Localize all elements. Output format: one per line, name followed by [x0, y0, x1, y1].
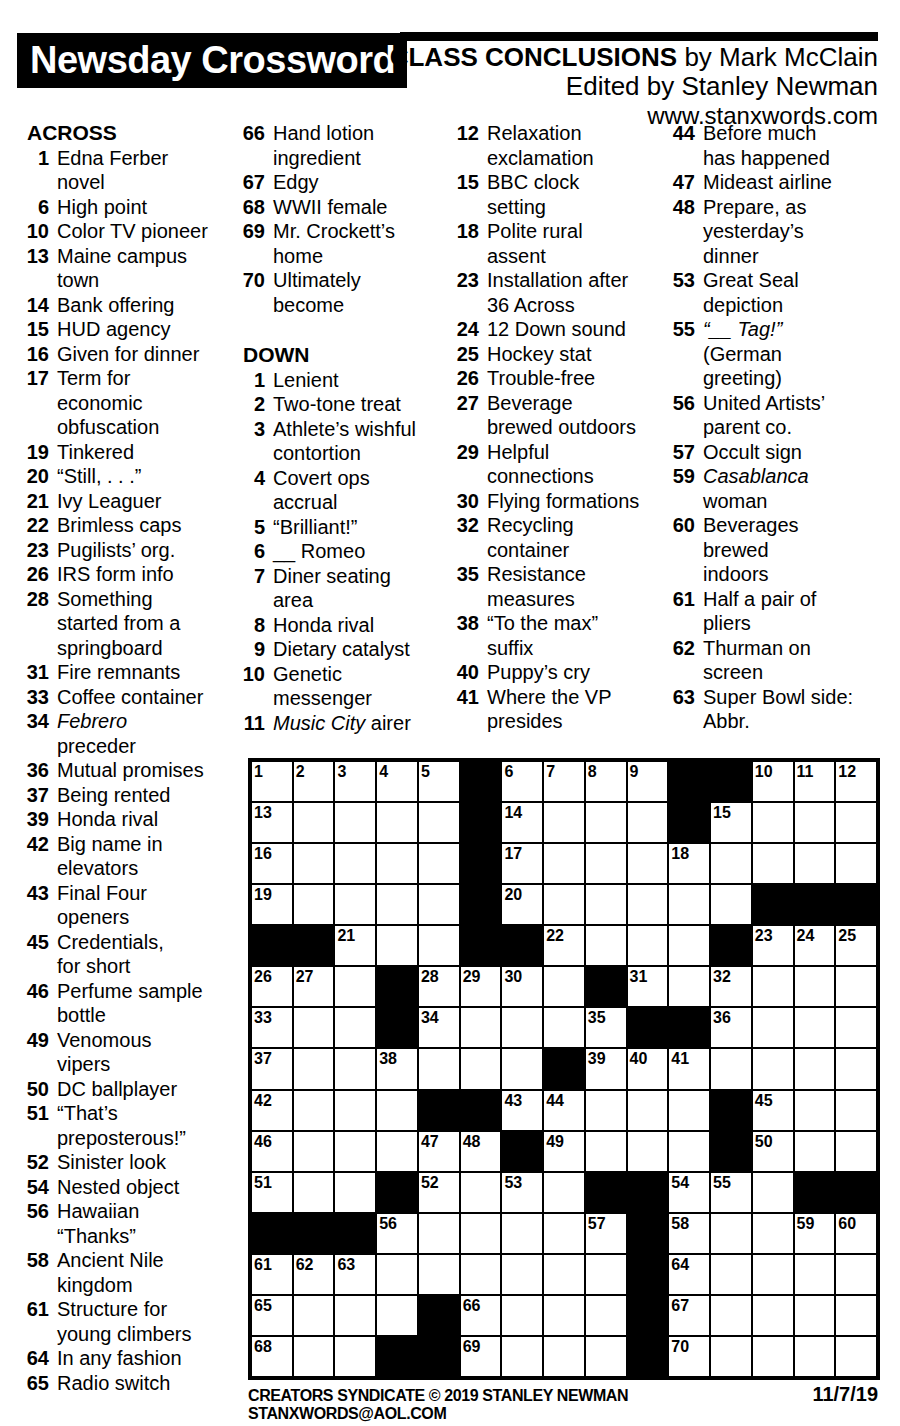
cell-r12c14[interactable]: 59: [794, 1213, 836, 1254]
cell-r3c5[interactable]: [418, 843, 460, 884]
black-cell-r5c1: [251, 925, 293, 966]
cell-r4c8[interactable]: [543, 884, 585, 925]
clue-number: 47: [668, 170, 703, 195]
clue-down-6: 6__ Romeo: [238, 539, 444, 564]
cell-r5c10[interactable]: [627, 925, 669, 966]
cell-number: 16: [254, 844, 272, 863]
cell-r7c14[interactable]: [794, 1007, 836, 1048]
cell-r8c11[interactable]: 41: [668, 1048, 710, 1089]
clue-across-45: 45Credentials, for short: [22, 930, 238, 979]
clue-number: 1: [22, 146, 57, 171]
cell-number: 19: [254, 885, 272, 904]
cell-r8c6[interactable]: [460, 1048, 502, 1089]
cell-number: 36: [713, 1008, 731, 1027]
cell-r7c15[interactable]: [835, 1007, 877, 1048]
cell-r12c8[interactable]: [543, 1213, 585, 1254]
cell-r1c1[interactable]: 1: [251, 761, 293, 802]
cell-r6c3[interactable]: [334, 966, 376, 1007]
cell-r5c3[interactable]: 21: [334, 925, 376, 966]
clue-text: Lenient: [273, 368, 339, 393]
cell-r14c8[interactable]: [543, 1295, 585, 1336]
cell-number: 57: [588, 1214, 606, 1233]
cell-r10c10[interactable]: [627, 1131, 669, 1172]
cell-r11c8[interactable]: [543, 1172, 585, 1213]
cell-r10c8[interactable]: 49: [543, 1131, 585, 1172]
cell-r10c1[interactable]: 46: [251, 1131, 293, 1172]
clue-number: 65: [22, 1371, 57, 1396]
clue-number: 40: [452, 660, 487, 685]
cell-r13c3[interactable]: 63: [334, 1254, 376, 1295]
cell-r7c6[interactable]: [460, 1007, 502, 1048]
clue-number: 6: [22, 195, 57, 220]
puzzle-header: CLASS CONCLUSIONS by Mark McClain Edited…: [390, 43, 878, 130]
cell-r1c10[interactable]: 9: [627, 761, 669, 802]
cell-r1c8[interactable]: 7: [543, 761, 585, 802]
cell-r11c5[interactable]: 52: [418, 1172, 460, 1213]
cell-r15c14[interactable]: [794, 1336, 836, 1377]
cell-r3c11[interactable]: 18: [668, 843, 710, 884]
cell-r9c9[interactable]: [585, 1090, 627, 1131]
cell-r9c8[interactable]: 44: [543, 1090, 585, 1131]
cell-r9c15[interactable]: [835, 1090, 877, 1131]
cell-r14c15[interactable]: [835, 1295, 877, 1336]
cell-r2c7[interactable]: 14: [501, 802, 543, 843]
clue-number: 30: [452, 489, 487, 514]
clue-down-47: 47Mideast airline: [668, 170, 882, 195]
cell-r2c5[interactable]: [418, 802, 460, 843]
cell-r15c2[interactable]: [293, 1336, 335, 1377]
cell-r4c4[interactable]: [376, 884, 418, 925]
cell-r15c6[interactable]: 69: [460, 1336, 502, 1377]
clue-text: “__ Tag!” (German greeting): [703, 317, 782, 391]
cell-r10c11[interactable]: [668, 1131, 710, 1172]
clue-down-57: 57Occult sign: [668, 440, 882, 465]
clue-number: 52: [22, 1150, 57, 1175]
cell-r10c14[interactable]: [794, 1131, 836, 1172]
clue-text: Prepare, as yesterday’s dinner: [703, 195, 806, 269]
cell-number: 23: [755, 926, 773, 945]
clue-down-30: 30Flying formations: [452, 489, 664, 514]
cell-r4c12[interactable]: [710, 884, 752, 925]
cell-r7c5[interactable]: 34: [418, 1007, 460, 1048]
cell-r13c6[interactable]: [460, 1254, 502, 1295]
cell-r3c10[interactable]: [627, 843, 669, 884]
cell-r7c1[interactable]: 33: [251, 1007, 293, 1048]
cell-r8c1[interactable]: 37: [251, 1048, 293, 1089]
cell-r6c8[interactable]: [543, 966, 585, 1007]
black-cell-r11c15: [835, 1172, 877, 1213]
clue-text: Venomous vipers: [57, 1028, 152, 1077]
clue-text: Beverages brewed indoors: [703, 513, 799, 587]
cell-r1c14[interactable]: 11: [794, 761, 836, 802]
clue-across-23: 23Pugilists’ org.: [22, 538, 238, 563]
cell-r13c11[interactable]: 64: [668, 1254, 710, 1295]
cell-r7c2[interactable]: [293, 1007, 335, 1048]
cell-r10c9[interactable]: [585, 1131, 627, 1172]
black-cell-r1c12: [710, 761, 752, 802]
clue-text: Genetic messenger: [273, 662, 372, 711]
clue-down-7: 7Diner seating area: [238, 564, 444, 613]
cell-r8c12[interactable]: [710, 1048, 752, 1089]
cell-number: 40: [630, 1049, 648, 1068]
cell-number: 46: [254, 1132, 272, 1151]
cell-r9c2[interactable]: [293, 1090, 335, 1131]
cell-r14c12[interactable]: [710, 1295, 752, 1336]
cell-r12c12[interactable]: [710, 1213, 752, 1254]
cell-r6c13[interactable]: [752, 966, 794, 1007]
cell-r5c11[interactable]: [668, 925, 710, 966]
cell-r3c15[interactable]: [835, 843, 877, 884]
cell-r2c12[interactable]: 15: [710, 802, 752, 843]
cell-r7c9[interactable]: 35: [585, 1007, 627, 1048]
cell-r15c15[interactable]: [835, 1336, 877, 1377]
clue-down-29: 29Helpful connections: [452, 440, 664, 489]
clue-number: 4: [238, 466, 273, 491]
cell-r10c3[interactable]: [334, 1131, 376, 1172]
cell-r14c1[interactable]: 65: [251, 1295, 293, 1336]
clue-across-49: 49Venomous vipers: [22, 1028, 238, 1077]
cell-number: 70: [671, 1337, 689, 1356]
clue-text: HUD agency: [57, 317, 170, 342]
clue-text: Thurman on screen: [703, 636, 811, 685]
clue-number: 61: [22, 1297, 57, 1322]
cell-r8c4[interactable]: 38: [376, 1048, 418, 1089]
cell-r15c9[interactable]: [585, 1336, 627, 1377]
cell-r14c3[interactable]: [334, 1295, 376, 1336]
cell-number: 55: [713, 1173, 731, 1192]
cell-r1c7[interactable]: 6: [501, 761, 543, 802]
cell-r13c1[interactable]: 61: [251, 1254, 293, 1295]
cell-r1c3[interactable]: 3: [334, 761, 376, 802]
cell-r4c10[interactable]: [627, 884, 669, 925]
clue-text: DC ballplayer: [57, 1077, 177, 1102]
cell-r5c13[interactable]: 23: [752, 925, 794, 966]
cell-r1c9[interactable]: 8: [585, 761, 627, 802]
clue-down-35: 35Resistance measures: [452, 562, 664, 611]
cell-r1c15[interactable]: 12: [835, 761, 877, 802]
cell-r10c4[interactable]: [376, 1131, 418, 1172]
cell-r6c6[interactable]: 29: [460, 966, 502, 1007]
clue-number: 2: [238, 392, 273, 417]
cell-r4c1[interactable]: 19: [251, 884, 293, 925]
cell-r11c11[interactable]: 54: [668, 1172, 710, 1213]
cell-number: 65: [254, 1296, 272, 1315]
crossword-grid: 1234567891011121314151617181920212223242…: [248, 758, 880, 1380]
cell-r6c1[interactable]: 26: [251, 966, 293, 1007]
cell-r14c14[interactable]: [794, 1295, 836, 1336]
cell-r4c5[interactable]: [418, 884, 460, 925]
clue-down-53: 53Great Seal depiction: [668, 268, 882, 317]
cell-r5c15[interactable]: 25: [835, 925, 877, 966]
cell-r4c9[interactable]: [585, 884, 627, 925]
cell-r9c14[interactable]: [794, 1090, 836, 1131]
cell-r9c10[interactable]: [627, 1090, 669, 1131]
cell-r1c2[interactable]: 2: [293, 761, 335, 802]
cell-number: 20: [504, 885, 522, 904]
clue-text: Fire remnants: [57, 660, 180, 685]
clue-across-66: 66Hand lotion ingredient: [238, 121, 444, 170]
cell-r8c5[interactable]: [418, 1048, 460, 1089]
cell-r7c12[interactable]: 36: [710, 1007, 752, 1048]
clue-down-60: 60Beverages brewed indoors: [668, 513, 882, 587]
cell-r2c8[interactable]: [543, 802, 585, 843]
cell-r13c9[interactable]: [585, 1254, 627, 1295]
clue-down-40: 40Puppy’s cry: [452, 660, 664, 685]
clue-number: 16: [22, 342, 57, 367]
clue-number: 49: [22, 1028, 57, 1053]
cell-r12c13[interactable]: [752, 1213, 794, 1254]
clue-text: Hawaiian “Thanks”: [57, 1199, 139, 1248]
clue-text: Coffee container: [57, 685, 203, 710]
cell-r5c14[interactable]: 24: [794, 925, 836, 966]
cell-r15c3[interactable]: [334, 1336, 376, 1377]
clue-across-28: 28Something started from a springboard: [22, 587, 238, 661]
clue-number: 54: [22, 1175, 57, 1200]
cell-number: 17: [504, 844, 522, 863]
cell-r1c13[interactable]: 10: [752, 761, 794, 802]
cell-r2c4[interactable]: [376, 802, 418, 843]
cell-r11c1[interactable]: 51: [251, 1172, 293, 1213]
cell-r14c4[interactable]: [376, 1295, 418, 1336]
cell-r4c11[interactable]: [668, 884, 710, 925]
clue-number: 68: [238, 195, 273, 220]
clue-number: 25: [452, 342, 487, 367]
clue-number: 60: [668, 513, 703, 538]
cell-r8c7[interactable]: [501, 1048, 543, 1089]
cell-r6c15[interactable]: [835, 966, 877, 1007]
cell-r15c8[interactable]: [543, 1336, 585, 1377]
cell-r3c4[interactable]: [376, 843, 418, 884]
cell-r13c8[interactable]: [543, 1254, 585, 1295]
cell-r5c8[interactable]: 22: [543, 925, 585, 966]
cell-r1c4[interactable]: 4: [376, 761, 418, 802]
clue-text: Edgy: [273, 170, 319, 195]
black-cell-r14c10: [627, 1295, 669, 1336]
cell-r13c4[interactable]: [376, 1254, 418, 1295]
cell-number: 10: [755, 762, 773, 781]
cell-r1c5[interactable]: 5: [418, 761, 460, 802]
cell-r14c7[interactable]: [501, 1295, 543, 1336]
cell-r3c1[interactable]: 16: [251, 843, 293, 884]
cell-number: 34: [421, 1008, 439, 1027]
cell-r12c4[interactable]: 56: [376, 1213, 418, 1254]
cell-r7c13[interactable]: [752, 1007, 794, 1048]
clue-number: 26: [22, 562, 57, 587]
clue-number: 67: [238, 170, 273, 195]
cell-r12c9[interactable]: 57: [585, 1213, 627, 1254]
clue-number: 70: [238, 268, 273, 293]
clue-text: Something started from a springboard: [57, 587, 180, 661]
cell-r8c14[interactable]: [794, 1048, 836, 1089]
cell-r3c14[interactable]: [794, 843, 836, 884]
cell-r7c7[interactable]: [501, 1007, 543, 1048]
clue-text: Mutual promises: [57, 758, 204, 783]
cell-r10c13[interactable]: 50: [752, 1131, 794, 1172]
cell-r2c13[interactable]: [752, 802, 794, 843]
cell-r3c9[interactable]: [585, 843, 627, 884]
cell-r8c2[interactable]: [293, 1048, 335, 1089]
black-cell-r12c3: [334, 1213, 376, 1254]
cell-r12c7[interactable]: [501, 1213, 543, 1254]
cell-r5c4[interactable]: [376, 925, 418, 966]
cell-number: 8: [588, 762, 597, 781]
cell-r11c12[interactable]: 55: [710, 1172, 752, 1213]
cell-r10c2[interactable]: [293, 1131, 335, 1172]
clue-down-8: 8Honda rival: [238, 613, 444, 638]
cell-r3c12[interactable]: [710, 843, 752, 884]
cell-r3c8[interactable]: [543, 843, 585, 884]
clue-text: High point: [57, 195, 147, 220]
clue-text: Ivy Leaguer: [57, 489, 162, 514]
cell-r6c7[interactable]: 30: [501, 966, 543, 1007]
clue-text: Dietary catalyst: [273, 637, 410, 662]
cell-r2c9[interactable]: [585, 802, 627, 843]
cell-r9c7[interactable]: 43: [501, 1090, 543, 1131]
cell-r13c15[interactable]: [835, 1254, 877, 1295]
black-cell-r13c10: [627, 1254, 669, 1295]
cell-r13c2[interactable]: 62: [293, 1254, 335, 1295]
cell-number: 69: [463, 1337, 481, 1356]
cell-r14c6[interactable]: 66: [460, 1295, 502, 1336]
cell-r13c14[interactable]: [794, 1254, 836, 1295]
cell-r6c11[interactable]: [668, 966, 710, 1007]
cell-r3c3[interactable]: [334, 843, 376, 884]
clue-down-32: 32Recycling container: [452, 513, 664, 562]
clue-across-20: 20“Still, . . .”: [22, 464, 238, 489]
cell-r4c2[interactable]: [293, 884, 335, 925]
clue-down-26: 26Trouble-free: [452, 366, 664, 391]
clue-number: 10: [238, 662, 273, 687]
cell-r13c13[interactable]: [752, 1254, 794, 1295]
cell-r3c2[interactable]: [293, 843, 335, 884]
cell-r4c7[interactable]: 20: [501, 884, 543, 925]
cell-r8c9[interactable]: 39: [585, 1048, 627, 1089]
cell-r8c15[interactable]: [835, 1048, 877, 1089]
cell-number: 58: [671, 1214, 689, 1233]
cell-r12c15[interactable]: 60: [835, 1213, 877, 1254]
cell-r11c6[interactable]: [460, 1172, 502, 1213]
cell-number: 56: [379, 1214, 397, 1233]
cell-number: 25: [838, 926, 856, 945]
cell-r7c8[interactable]: [543, 1007, 585, 1048]
cell-r3c7[interactable]: 17: [501, 843, 543, 884]
clue-text: Occult sign: [703, 440, 802, 465]
cell-r15c11[interactable]: 70: [668, 1336, 710, 1377]
cell-r5c5[interactable]: [418, 925, 460, 966]
clue-number: 10: [22, 219, 57, 244]
cell-r9c11[interactable]: [668, 1090, 710, 1131]
black-cell-r3c6: [460, 843, 502, 884]
cell-r6c12[interactable]: 32: [710, 966, 752, 1007]
cell-r4c3[interactable]: [334, 884, 376, 925]
cell-r6c5[interactable]: 28: [418, 966, 460, 1007]
cell-number: 30: [504, 967, 522, 986]
cell-r15c1[interactable]: 68: [251, 1336, 293, 1377]
cell-r8c13[interactable]: [752, 1048, 794, 1089]
cell-r2c1[interactable]: 13: [251, 802, 293, 843]
cell-r9c3[interactable]: [334, 1090, 376, 1131]
cell-r8c10[interactable]: 40: [627, 1048, 669, 1089]
cell-r7c3[interactable]: [334, 1007, 376, 1048]
cell-number: 12: [838, 762, 856, 781]
cell-r2c3[interactable]: [334, 802, 376, 843]
cell-number: 44: [546, 1091, 564, 1110]
cell-r13c5[interactable]: [418, 1254, 460, 1295]
cell-r12c5[interactable]: [418, 1213, 460, 1254]
clue-across-64: 64In any fashion: [22, 1346, 238, 1371]
black-cell-r7c11: [668, 1007, 710, 1048]
cell-r6c10[interactable]: 31: [627, 966, 669, 1007]
cell-r9c1[interactable]: 42: [251, 1090, 293, 1131]
cell-number: 49: [546, 1132, 564, 1151]
clue-number: 38: [452, 611, 487, 636]
cell-r2c15[interactable]: [835, 802, 877, 843]
cell-r15c7[interactable]: [501, 1336, 543, 1377]
clue-number: 34: [22, 709, 57, 734]
clue-down-38: 38“To the max” suffix: [452, 611, 664, 660]
cell-r9c13[interactable]: 45: [752, 1090, 794, 1131]
cell-number: 43: [504, 1091, 522, 1110]
cell-r2c10[interactable]: [627, 802, 669, 843]
clue-number: 69: [238, 219, 273, 244]
cell-r2c2[interactable]: [293, 802, 335, 843]
clue-text: Hockey stat: [487, 342, 591, 367]
clue-down-61: 61Half a pair of pliers: [668, 587, 882, 636]
cell-r14c2[interactable]: [293, 1295, 335, 1336]
clue-across-39: 39Honda rival: [22, 807, 238, 832]
cell-r10c6[interactable]: 48: [460, 1131, 502, 1172]
clue-text: Installation after 36 Across: [487, 268, 628, 317]
cell-r11c7[interactable]: 53: [501, 1172, 543, 1213]
clue-across-65: 65Radio switch: [22, 1371, 238, 1396]
cell-r10c5[interactable]: 47: [418, 1131, 460, 1172]
cell-r13c7[interactable]: [501, 1254, 543, 1295]
cell-r11c3[interactable]: [334, 1172, 376, 1213]
cell-r6c14[interactable]: [794, 966, 836, 1007]
clue-across-58: 58Ancient Nile kingdom: [22, 1248, 238, 1297]
cell-r11c2[interactable]: [293, 1172, 335, 1213]
top-bar: [400, 32, 878, 41]
cell-r2c14[interactable]: [794, 802, 836, 843]
clue-text: “That’s preposterous!”: [57, 1101, 186, 1150]
clue-text: Credentials, for short: [57, 930, 164, 979]
clue-number: 37: [22, 783, 57, 808]
cell-r10c15[interactable]: [835, 1131, 877, 1172]
cell-r12c11[interactable]: 58: [668, 1213, 710, 1254]
cell-r11c13[interactable]: [752, 1172, 794, 1213]
cell-r3c13[interactable]: [752, 843, 794, 884]
cell-number: 51: [254, 1173, 272, 1192]
cell-r8c3[interactable]: [334, 1048, 376, 1089]
cell-r5c9[interactable]: [585, 925, 627, 966]
clue-across-34: 34Febrero preceder: [22, 709, 238, 758]
cell-r9c4[interactable]: [376, 1090, 418, 1131]
cell-r15c13[interactable]: [752, 1336, 794, 1377]
cell-r14c13[interactable]: [752, 1295, 794, 1336]
cell-r13c12[interactable]: [710, 1254, 752, 1295]
clue-text: Ultimately become: [273, 268, 361, 317]
clue-across-37: 37Being rented: [22, 783, 238, 808]
cell-r15c12[interactable]: [710, 1336, 752, 1377]
cell-number: 59: [797, 1214, 815, 1233]
cell-number: 1: [254, 762, 263, 781]
clue-across-15: 15HUD agency: [22, 317, 238, 342]
cell-r14c11[interactable]: 67: [668, 1295, 710, 1336]
cell-r12c6[interactable]: [460, 1213, 502, 1254]
cell-r6c2[interactable]: 27: [293, 966, 335, 1007]
cell-r14c9[interactable]: [585, 1295, 627, 1336]
clue-text: Flying formations: [487, 489, 639, 514]
